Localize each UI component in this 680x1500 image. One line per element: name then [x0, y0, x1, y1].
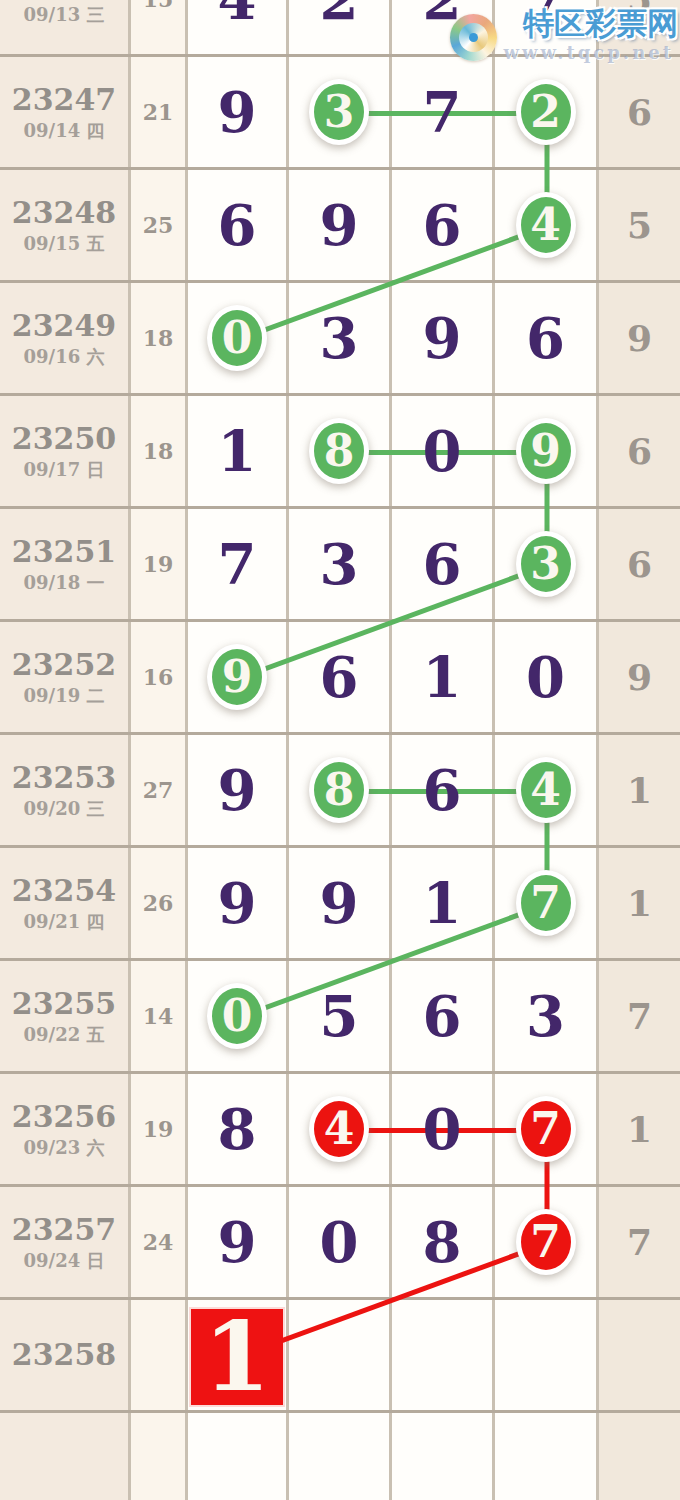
digit-value: 1 [204, 1309, 271, 1405]
draw-row-23256: 2325609/23 六1984071 [0, 1074, 680, 1187]
sum-cell: 21 [131, 57, 188, 167]
span-value: 6 [627, 91, 652, 133]
period-number: 23247 [12, 85, 116, 115]
digit-value: 0 [423, 423, 462, 479]
digit-value: 6 [423, 988, 462, 1044]
digit-value: 9 [320, 875, 359, 931]
draw-row-23251: 2325109/18 一1973636 [0, 509, 680, 622]
draw-date: 09/23 六 [24, 1139, 105, 1157]
highlight-circle-green: 9 [207, 644, 267, 710]
digit-value: 1 [423, 649, 462, 705]
draw-date: 09/15 五 [24, 235, 105, 253]
digit-value: 7 [423, 84, 462, 140]
draw-date: 09/20 三 [24, 800, 105, 818]
digit-value: 0 [526, 649, 565, 705]
digit-cell-0: 4 [188, 0, 289, 54]
digit-value: 8 [218, 1101, 257, 1157]
digit-value: 9 [320, 197, 359, 253]
sum-value: 18 [143, 325, 174, 351]
site-name: 特区彩票网 [523, 8, 678, 39]
period-cell: 2325709/24 日 [0, 1187, 131, 1297]
period-number: 23251 [12, 537, 116, 567]
period-number: 23249 [12, 311, 116, 341]
digit-cell-0: 8 [188, 1074, 289, 1184]
digit-value: 9 [218, 875, 257, 931]
draw-date: 09/19 二 [24, 687, 105, 705]
sum-cell: 19 [131, 1074, 188, 1184]
digit-cell-1: 8 [289, 396, 392, 506]
digit-cell-0 [188, 1413, 289, 1500]
digit-cell-0: 1 [188, 1300, 289, 1410]
digit-cell-3: 3 [495, 961, 599, 1071]
digit-value: 3 [526, 988, 565, 1044]
digit-value: 9 [222, 655, 253, 699]
sum-cell [131, 1300, 188, 1410]
digit-cell-2: 6 [392, 961, 495, 1071]
digit-value: 8 [324, 768, 355, 812]
digit-cell-0: 6 [188, 170, 289, 280]
draw-row-23247: 2324709/14 四2193726 [0, 57, 680, 170]
highlight-circle-green: 0 [207, 983, 267, 1049]
sum-cell: 19 [131, 509, 188, 619]
highlight-circle-green: 4 [516, 192, 576, 258]
period-cell: 09/13 三 [0, 0, 131, 54]
span-cell: 6 [599, 57, 680, 167]
draw-row-23253: 2325309/20 三2798641 [0, 735, 680, 848]
site-url-watermark: www.tqcp.net [503, 42, 674, 63]
period-cell: 2324809/15 五 [0, 170, 131, 280]
period-cell: 2324909/16 六 [0, 283, 131, 393]
draw-date: 09/16 六 [24, 348, 105, 366]
highlight-circle-green: 4 [516, 757, 576, 823]
highlight-circle-red: 7 [516, 1209, 576, 1275]
highlight-circle-red: 4 [309, 1096, 369, 1162]
digit-value: 7 [218, 536, 257, 592]
highlight-box-red: 1 [191, 1309, 283, 1405]
digit-cell-0: 1 [188, 396, 289, 506]
digit-cell-3 [495, 1413, 599, 1500]
digit-cell-3: 9 [495, 396, 599, 506]
digit-cell-1: 0 [289, 1187, 392, 1297]
highlight-circle-red: 7 [516, 1096, 576, 1162]
digit-cell-1: 9 [289, 170, 392, 280]
period-cell [0, 1413, 131, 1500]
digit-value: 8 [423, 1214, 462, 1270]
span-value: 1 [627, 882, 652, 924]
digit-cell-3: 4 [495, 735, 599, 845]
digit-cell-0: 9 [188, 57, 289, 167]
draw-row-23255: 2325509/22 五1405637 [0, 961, 680, 1074]
sum-value: 14 [143, 1003, 174, 1029]
digit-value: 9 [423, 310, 462, 366]
highlight-circle-green: 8 [309, 757, 369, 823]
span-cell: 9 [599, 622, 680, 732]
digit-cell-2: 6 [392, 735, 495, 845]
draw-row-23254: 2325409/21 四2699171 [0, 848, 680, 961]
digit-cell-2 [392, 1413, 495, 1500]
period-cell: 2325509/22 五 [0, 961, 131, 1071]
span-cell: 9 [599, 283, 680, 393]
span-cell [599, 1413, 680, 1500]
digit-value: 6 [218, 197, 257, 253]
draw-date: 09/14 四 [24, 122, 105, 140]
digit-value: 6 [320, 649, 359, 705]
period-cell: 2325109/18 一 [0, 509, 131, 619]
sum-value: 19 [143, 1116, 174, 1142]
digit-cell-1: 3 [289, 283, 392, 393]
digit-cell-3: 7 [495, 848, 599, 958]
sum-value: 25 [143, 212, 174, 238]
digit-cell-3: 3 [495, 509, 599, 619]
span-cell [599, 1300, 680, 1410]
digit-cell-1: 8 [289, 735, 392, 845]
digit-cell-3: 7 [495, 1187, 599, 1297]
span-value: 5 [627, 204, 652, 246]
digit-cell-1 [289, 1413, 392, 1500]
digit-value: 0 [222, 316, 253, 360]
period-cell: 2325609/23 六 [0, 1074, 131, 1184]
digit-value: 3 [320, 310, 359, 366]
span-value: 7 [627, 995, 652, 1037]
digit-cell-0: 9 [188, 735, 289, 845]
digit-value: 6 [526, 310, 565, 366]
digit-value: 3 [324, 90, 355, 134]
digit-value: 4 [530, 203, 561, 247]
period-number: 23255 [12, 989, 116, 1019]
digit-cell-2: 8 [392, 1187, 495, 1297]
digit-cell-2: 1 [392, 848, 495, 958]
digit-value: 7 [530, 881, 561, 925]
digit-cell-2: 7 [392, 57, 495, 167]
span-cell: 1 [599, 1074, 680, 1184]
span-value: 7 [627, 1221, 652, 1263]
digit-cell-1: 3 [289, 57, 392, 167]
digit-cell-0: 7 [188, 509, 289, 619]
digit-cell-0: 9 [188, 848, 289, 958]
sum-value: 18 [143, 438, 174, 464]
sum-value: 19 [143, 551, 174, 577]
digit-value: 0 [320, 1214, 359, 1270]
period-cell: 23258 [0, 1300, 131, 1410]
digit-value: 5 [320, 988, 359, 1044]
digit-value: 3 [320, 536, 359, 592]
sum-value: 27 [143, 777, 174, 803]
digit-value: 7 [530, 1220, 561, 1264]
span-cell: 6 [599, 509, 680, 619]
highlight-circle-green: 3 [516, 531, 576, 597]
sum-cell [131, 1413, 188, 1500]
digit-cell-2: 1 [392, 622, 495, 732]
digit-value: 1 [423, 875, 462, 931]
period-cell: 2325209/19 二 [0, 622, 131, 732]
span-value: 1 [627, 1108, 652, 1150]
digit-cell-3: 2 [495, 57, 599, 167]
digit-value: 7 [530, 1107, 561, 1151]
digit-cell-2 [392, 1300, 495, 1410]
sum-cell: 15 [131, 0, 188, 54]
draw-date: 09/13 三 [24, 6, 105, 24]
sum-cell: 18 [131, 283, 188, 393]
digit-value: 4 [324, 1107, 355, 1151]
digit-cell-1: 6 [289, 622, 392, 732]
digit-cell-2: 0 [392, 1074, 495, 1184]
draw-date: 09/22 五 [24, 1026, 105, 1044]
sum-value: 16 [143, 664, 174, 690]
digit-cell-2: 9 [392, 283, 495, 393]
span-value: 6 [627, 543, 652, 585]
digit-cell-3: 7 [495, 1074, 599, 1184]
digit-cell-0: 9 [188, 1187, 289, 1297]
draw-row-23250: 2325009/17 日1818096 [0, 396, 680, 509]
sum-cell: 24 [131, 1187, 188, 1297]
sum-cell: 25 [131, 170, 188, 280]
digit-value: 2 [530, 90, 561, 134]
highlight-circle-green: 8 [309, 418, 369, 484]
period-cell: 2324709/14 四 [0, 57, 131, 167]
highlight-circle-green: 3 [309, 79, 369, 145]
digit-value: 4 [218, 0, 257, 27]
highlight-circle-green: 9 [516, 418, 576, 484]
sum-cell: 16 [131, 622, 188, 732]
period-number: 23256 [12, 1102, 116, 1132]
sum-cell: 14 [131, 961, 188, 1071]
digit-cell-3: 4 [495, 170, 599, 280]
trend-chart-board: 09/13 三15422752324709/14 四21937262324809… [0, 0, 680, 1500]
lottery-swirl-icon [450, 14, 497, 61]
digit-value: 0 [423, 1101, 462, 1157]
span-cell: 7 [599, 961, 680, 1071]
empty-row [0, 1413, 680, 1500]
sum-cell: 27 [131, 735, 188, 845]
digit-value: 2 [320, 0, 359, 27]
digit-value: 6 [423, 197, 462, 253]
digit-cell-1: 2 [289, 0, 392, 54]
draw-rows: 09/13 三15422752324709/14 四21937262324809… [0, 0, 680, 1500]
digit-cell-2: 6 [392, 170, 495, 280]
period-number: 23254 [12, 876, 116, 906]
draw-date: 09/24 日 [24, 1252, 105, 1270]
span-value: 6 [627, 430, 652, 472]
draw-date: 09/18 一 [24, 574, 105, 592]
draw-row-23257: 2325709/24 日2490877 [0, 1187, 680, 1300]
period-number: 23253 [12, 763, 116, 793]
sum-value: 24 [143, 1229, 174, 1255]
draw-row-23252: 2325209/19 二1696109 [0, 622, 680, 735]
span-cell: 7 [599, 1187, 680, 1297]
highlight-circle-green: 2 [516, 79, 576, 145]
period-cell: 2325409/21 四 [0, 848, 131, 958]
digit-value: 1 [218, 423, 257, 479]
period-number: 23248 [12, 198, 116, 228]
period-number: 23258 [12, 1340, 116, 1370]
span-cell: 1 [599, 735, 680, 845]
period-number: 23250 [12, 424, 116, 454]
draw-row-23248: 2324809/15 五2569645 [0, 170, 680, 283]
period-number: 23252 [12, 650, 116, 680]
digit-value: 3 [530, 542, 561, 586]
digit-cell-1: 4 [289, 1074, 392, 1184]
digit-cell-0: 0 [188, 283, 289, 393]
digit-cell-1 [289, 1300, 392, 1410]
span-cell: 6 [599, 396, 680, 506]
digit-value: 8 [324, 429, 355, 473]
digit-cell-3: 6 [495, 283, 599, 393]
draw-row-23249: 2324909/16 六1803969 [0, 283, 680, 396]
span-value: 9 [627, 317, 652, 359]
digit-cell-1: 9 [289, 848, 392, 958]
digit-value: 9 [218, 1214, 257, 1270]
highlight-circle-green: 0 [207, 305, 267, 371]
digit-cell-1: 5 [289, 961, 392, 1071]
span-cell: 1 [599, 848, 680, 958]
digit-cell-0: 0 [188, 961, 289, 1071]
span-value: 9 [627, 656, 652, 698]
digit-cell-2: 6 [392, 509, 495, 619]
period-cell: 2325309/20 三 [0, 735, 131, 845]
digit-value: 4 [530, 768, 561, 812]
sum-value: 15 [143, 0, 174, 12]
draw-date: 09/21 四 [24, 913, 105, 931]
period-cell: 2325009/17 日 [0, 396, 131, 506]
digit-value: 6 [423, 536, 462, 592]
highlight-circle-green: 7 [516, 870, 576, 936]
digit-cell-1: 3 [289, 509, 392, 619]
digit-cell-3 [495, 1300, 599, 1410]
digit-value: 9 [218, 762, 257, 818]
draw-row-23258: 232581 [0, 1300, 680, 1413]
digit-value: 6 [423, 762, 462, 818]
draw-date: 09/17 日 [24, 461, 105, 479]
span-cell: 5 [599, 170, 680, 280]
sum-value: 26 [143, 890, 174, 916]
digit-cell-0: 9 [188, 622, 289, 732]
digit-cell-3: 0 [495, 622, 599, 732]
site-logo[interactable]: 特区彩票网 www.tqcp.net [450, 8, 678, 63]
sum-cell: 18 [131, 396, 188, 506]
sum-cell: 26 [131, 848, 188, 958]
digit-cell-2: 0 [392, 396, 495, 506]
period-number: 23257 [12, 1215, 116, 1245]
digit-value: 9 [530, 429, 561, 473]
digit-value: 0 [222, 994, 253, 1038]
span-value: 1 [627, 769, 652, 811]
digit-value: 9 [218, 84, 257, 140]
sum-value: 21 [143, 99, 174, 125]
